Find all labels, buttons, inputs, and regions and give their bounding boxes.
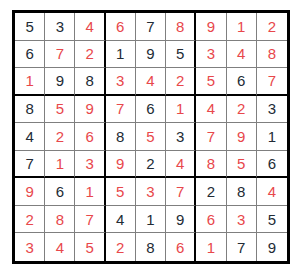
sudoku-cell-r3c3[interactable]: 8: [75, 68, 105, 96]
sudoku-cell-r9c9[interactable]: 9: [257, 233, 287, 261]
sudoku-cell-r7c3[interactable]: 1: [75, 178, 105, 206]
sudoku-cell-r3c1[interactable]: 1: [15, 68, 45, 96]
sudoku-cell-r5c9[interactable]: 1: [257, 123, 287, 151]
sudoku-cell-r1c7[interactable]: 9: [196, 13, 226, 41]
sudoku-cell-r3c2[interactable]: 9: [45, 68, 75, 96]
sudoku-cell-r8c3[interactable]: 7: [75, 206, 105, 234]
sudoku-cell-r3c7[interactable]: 5: [196, 68, 226, 96]
sudoku-cell-r4c6[interactable]: 1: [166, 96, 196, 124]
sudoku-cell-r5c7[interactable]: 7: [196, 123, 226, 151]
sudoku-cell-r9c3[interactable]: 5: [75, 233, 105, 261]
sudoku-cell-r3c9[interactable]: 7: [257, 68, 287, 96]
sudoku-cell-r5c3[interactable]: 6: [75, 123, 105, 151]
sudoku-board: 5346789126721953481983425678597614234268…: [12, 10, 290, 264]
sudoku-cell-r1c3[interactable]: 4: [75, 13, 105, 41]
sudoku-cell-r6c1[interactable]: 7: [15, 151, 45, 179]
sudoku-cell-r6c4[interactable]: 9: [106, 151, 136, 179]
sudoku-cell-r7c6[interactable]: 7: [166, 178, 196, 206]
sudoku-cell-r4c2[interactable]: 5: [45, 96, 75, 124]
sudoku-cell-r6c6[interactable]: 4: [166, 151, 196, 179]
sudoku-cell-r4c1[interactable]: 8: [15, 96, 45, 124]
sudoku-cell-r1c4[interactable]: 6: [106, 13, 136, 41]
sudoku-cell-r7c7[interactable]: 2: [196, 178, 226, 206]
sudoku-cell-r6c9[interactable]: 6: [257, 151, 287, 179]
sudoku-cell-r8c4[interactable]: 4: [106, 206, 136, 234]
sudoku-cell-r4c3[interactable]: 9: [75, 96, 105, 124]
sudoku-cell-r2c3[interactable]: 2: [75, 41, 105, 69]
sudoku-cell-r8c1[interactable]: 2: [15, 206, 45, 234]
sudoku-cell-r8c5[interactable]: 1: [136, 206, 166, 234]
sudoku-cell-r1c6[interactable]: 8: [166, 13, 196, 41]
sudoku-cell-r4c9[interactable]: 3: [257, 96, 287, 124]
sudoku-cell-r2c8[interactable]: 4: [227, 41, 257, 69]
sudoku-cell-r2c2[interactable]: 7: [45, 41, 75, 69]
sudoku-cell-r9c1[interactable]: 3: [15, 233, 45, 261]
sudoku-cell-r1c1[interactable]: 5: [15, 13, 45, 41]
sudoku-cell-r6c8[interactable]: 5: [227, 151, 257, 179]
sudoku-cell-r2c4[interactable]: 1: [106, 41, 136, 69]
sudoku-cell-r5c6[interactable]: 3: [166, 123, 196, 151]
sudoku-cell-r7c9[interactable]: 4: [257, 178, 287, 206]
sudoku-cell-r2c5[interactable]: 9: [136, 41, 166, 69]
sudoku-cell-r9c6[interactable]: 6: [166, 233, 196, 261]
sudoku-cell-r1c9[interactable]: 2: [257, 13, 287, 41]
sudoku-cell-r6c7[interactable]: 8: [196, 151, 226, 179]
sudoku-cell-r2c1[interactable]: 6: [15, 41, 45, 69]
sudoku-cell-r2c6[interactable]: 5: [166, 41, 196, 69]
sudoku-cell-r7c4[interactable]: 5: [106, 178, 136, 206]
sudoku-cell-r2c7[interactable]: 3: [196, 41, 226, 69]
sudoku-cell-r7c1[interactable]: 9: [15, 178, 45, 206]
sudoku-cell-r6c5[interactable]: 2: [136, 151, 166, 179]
sudoku-cell-r4c4[interactable]: 7: [106, 96, 136, 124]
sudoku-cell-r7c5[interactable]: 3: [136, 178, 166, 206]
sudoku-cell-r7c2[interactable]: 6: [45, 178, 75, 206]
sudoku-cell-r6c2[interactable]: 1: [45, 151, 75, 179]
sudoku-cell-r8c6[interactable]: 9: [166, 206, 196, 234]
sudoku-cell-r3c8[interactable]: 6: [227, 68, 257, 96]
sudoku-cell-r1c2[interactable]: 3: [45, 13, 75, 41]
sudoku-cell-r3c4[interactable]: 3: [106, 68, 136, 96]
sudoku-cell-r9c7[interactable]: 1: [196, 233, 226, 261]
sudoku-cell-r3c6[interactable]: 2: [166, 68, 196, 96]
sudoku-cell-r5c1[interactable]: 4: [15, 123, 45, 151]
sudoku-cell-r4c5[interactable]: 6: [136, 96, 166, 124]
sudoku-cell-r3c5[interactable]: 4: [136, 68, 166, 96]
sudoku-cell-r7c8[interactable]: 8: [227, 178, 257, 206]
sudoku-cell-r1c5[interactable]: 7: [136, 13, 166, 41]
sudoku-cell-r5c4[interactable]: 8: [106, 123, 136, 151]
sudoku-cell-r1c8[interactable]: 1: [227, 13, 257, 41]
sudoku-cell-r8c2[interactable]: 8: [45, 206, 75, 234]
sudoku-cell-r8c7[interactable]: 6: [196, 206, 226, 234]
sudoku-cell-r9c5[interactable]: 8: [136, 233, 166, 261]
sudoku-cell-r9c8[interactable]: 7: [227, 233, 257, 261]
sudoku-cell-r5c5[interactable]: 5: [136, 123, 166, 151]
sudoku-cell-r4c7[interactable]: 4: [196, 96, 226, 124]
sudoku-cell-r9c4[interactable]: 2: [106, 233, 136, 261]
sudoku-cell-r8c8[interactable]: 3: [227, 206, 257, 234]
sudoku-cell-r5c2[interactable]: 2: [45, 123, 75, 151]
sudoku-cell-r9c2[interactable]: 4: [45, 233, 75, 261]
sudoku-cell-r8c9[interactable]: 5: [257, 206, 287, 234]
sudoku-cell-r4c8[interactable]: 2: [227, 96, 257, 124]
sudoku-cell-r6c3[interactable]: 3: [75, 151, 105, 179]
sudoku-cell-r2c9[interactable]: 8: [257, 41, 287, 69]
sudoku-cell-r5c8[interactable]: 9: [227, 123, 257, 151]
